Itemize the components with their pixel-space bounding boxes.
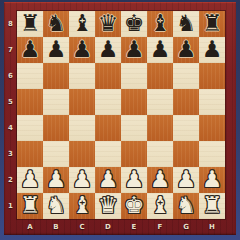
square-g6[interactable]: [173, 63, 199, 89]
white-pawn-a2[interactable]: ♟: [20, 167, 41, 192]
square-b4[interactable]: [43, 115, 69, 141]
board: ♜♞♝♛♚♝♞♜♟♟♟♟♟♟♟♟♟♟♟♟♟♟♟♟♜♞♝♛♚♝♞♜: [17, 11, 225, 219]
square-c4[interactable]: [69, 115, 95, 141]
square-h8[interactable]: ♜: [199, 11, 225, 37]
square-e4[interactable]: [121, 115, 147, 141]
rank-label-4: 4: [4, 115, 17, 141]
black-knight-b8[interactable]: ♞: [46, 11, 67, 36]
file-label-h: H: [199, 219, 225, 235]
rank-label-6: 6: [4, 63, 17, 89]
black-rook-a8[interactable]: ♜: [20, 11, 41, 36]
black-pawn-c7[interactable]: ♟: [72, 37, 93, 62]
black-pawn-d7[interactable]: ♟: [98, 37, 119, 62]
file-labels: ABCDEFGH: [17, 219, 225, 235]
black-rook-h8[interactable]: ♜: [202, 11, 223, 36]
file-label-g: G: [173, 219, 199, 235]
black-bishop-c8[interactable]: ♝: [72, 11, 93, 36]
square-b3[interactable]: [43, 141, 69, 167]
square-a4[interactable]: [17, 115, 43, 141]
file-label-b: B: [43, 219, 69, 235]
white-pawn-d2[interactable]: ♟: [98, 167, 119, 192]
square-e1[interactable]: ♚: [121, 193, 147, 219]
black-knight-g8[interactable]: ♞: [176, 11, 197, 36]
black-pawn-a7[interactable]: ♟: [20, 37, 41, 62]
rank-label-2: 2: [4, 167, 17, 193]
square-d1[interactable]: ♛: [95, 193, 121, 219]
square-h6[interactable]: [199, 63, 225, 89]
white-pawn-b2[interactable]: ♟: [46, 167, 67, 192]
square-c2[interactable]: ♟: [69, 167, 95, 193]
square-f2[interactable]: ♟: [147, 167, 173, 193]
rank-label-5: 5: [4, 89, 17, 115]
square-g4[interactable]: [173, 115, 199, 141]
white-bishop-f1[interactable]: ♝: [150, 193, 171, 218]
square-b7[interactable]: ♟: [43, 37, 69, 63]
square-g3[interactable]: [173, 141, 199, 167]
square-c5[interactable]: [69, 89, 95, 115]
rank-labels: 87654321: [4, 11, 17, 219]
white-pawn-e2[interactable]: ♟: [124, 167, 145, 192]
file-label-f: F: [147, 219, 173, 235]
square-e5[interactable]: [121, 89, 147, 115]
file-label-c: C: [69, 219, 95, 235]
square-f6[interactable]: [147, 63, 173, 89]
file-label-d: D: [95, 219, 121, 235]
white-knight-g1[interactable]: ♞: [176, 193, 197, 218]
square-c7[interactable]: ♟: [69, 37, 95, 63]
black-bishop-f8[interactable]: ♝: [150, 11, 171, 36]
square-d2[interactable]: ♟: [95, 167, 121, 193]
square-h5[interactable]: [199, 89, 225, 115]
black-pawn-g7[interactable]: ♟: [176, 37, 197, 62]
square-b5[interactable]: [43, 89, 69, 115]
square-e2[interactable]: ♟: [121, 167, 147, 193]
square-b2[interactable]: ♟: [43, 167, 69, 193]
black-queen-d8[interactable]: ♛: [98, 11, 119, 36]
square-b8[interactable]: ♞: [43, 11, 69, 37]
rank-label-7: 7: [4, 37, 17, 63]
square-b6[interactable]: [43, 63, 69, 89]
square-e7[interactable]: ♟: [121, 37, 147, 63]
white-pawn-c2[interactable]: ♟: [72, 167, 93, 192]
square-a5[interactable]: [17, 89, 43, 115]
square-e6[interactable]: [121, 63, 147, 89]
square-f8[interactable]: ♝: [147, 11, 173, 37]
square-g7[interactable]: ♟: [173, 37, 199, 63]
square-h4[interactable]: [199, 115, 225, 141]
white-knight-b1[interactable]: ♞: [46, 193, 67, 218]
square-c3[interactable]: [69, 141, 95, 167]
square-a2[interactable]: ♟: [17, 167, 43, 193]
square-d7[interactable]: ♟: [95, 37, 121, 63]
square-a6[interactable]: [17, 63, 43, 89]
white-pawn-h2[interactable]: ♟: [202, 167, 223, 192]
square-f3[interactable]: [147, 141, 173, 167]
square-f1[interactable]: ♝: [147, 193, 173, 219]
square-c6[interactable]: [69, 63, 95, 89]
square-f7[interactable]: ♟: [147, 37, 173, 63]
white-bishop-c1[interactable]: ♝: [72, 193, 93, 218]
square-d8[interactable]: ♛: [95, 11, 121, 37]
white-rook-h1[interactable]: ♜: [202, 193, 223, 218]
square-h3[interactable]: [199, 141, 225, 167]
square-d5[interactable]: [95, 89, 121, 115]
square-h7[interactable]: ♟: [199, 37, 225, 63]
file-label-a: A: [17, 219, 43, 235]
square-g1[interactable]: ♞: [173, 193, 199, 219]
square-a1[interactable]: ♜: [17, 193, 43, 219]
square-a8[interactable]: ♜: [17, 11, 43, 37]
black-pawn-b7[interactable]: ♟: [46, 37, 67, 62]
square-e3[interactable]: [121, 141, 147, 167]
square-g2[interactable]: ♟: [173, 167, 199, 193]
square-c8[interactable]: ♝: [69, 11, 95, 37]
white-king-e1[interactable]: ♚: [124, 193, 145, 218]
rank-label-1: 1: [4, 193, 17, 219]
square-a3[interactable]: [17, 141, 43, 167]
square-c1[interactable]: ♝: [69, 193, 95, 219]
white-pawn-f2[interactable]: ♟: [150, 167, 171, 192]
square-h1[interactable]: ♜: [199, 193, 225, 219]
white-pawn-g2[interactable]: ♟: [176, 167, 197, 192]
black-pawn-h7[interactable]: ♟: [202, 37, 223, 62]
white-queen-d1[interactable]: ♛: [98, 193, 119, 218]
square-h2[interactable]: ♟: [199, 167, 225, 193]
square-d4[interactable]: [95, 115, 121, 141]
square-g8[interactable]: ♞: [173, 11, 199, 37]
file-label-e: E: [121, 219, 147, 235]
rank-label-8: 8: [4, 11, 17, 37]
square-f4[interactable]: [147, 115, 173, 141]
black-king-e8[interactable]: ♚: [124, 11, 145, 36]
square-b1[interactable]: ♞: [43, 193, 69, 219]
white-rook-a1[interactable]: ♜: [20, 193, 41, 218]
square-e8[interactable]: ♚: [121, 11, 147, 37]
black-pawn-e7[interactable]: ♟: [124, 37, 145, 62]
square-d3[interactable]: [95, 141, 121, 167]
square-f5[interactable]: [147, 89, 173, 115]
rank-label-3: 3: [4, 141, 17, 167]
square-a7[interactable]: ♟: [17, 37, 43, 63]
black-pawn-f7[interactable]: ♟: [150, 37, 171, 62]
square-g5[interactable]: [173, 89, 199, 115]
chessboard-app: 87654321 ABCDEFGH ♜♞♝♛♚♝♞♜♟♟♟♟♟♟♟♟♟♟♟♟♟♟…: [0, 0, 240, 240]
square-d6[interactable]: [95, 63, 121, 89]
